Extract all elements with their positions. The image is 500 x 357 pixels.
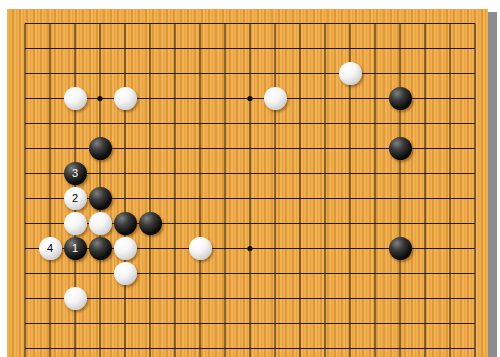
white-stone: [339, 62, 362, 85]
white-stone: [64, 87, 87, 110]
black-stone: [139, 212, 162, 235]
white-stone: [89, 212, 112, 235]
go-board[interactable]: 3241: [7, 9, 488, 357]
move-4-stone-white: 4: [39, 237, 62, 260]
white-stone: [114, 87, 137, 110]
white-stone: [114, 237, 137, 260]
board-shadow: [488, 12, 497, 357]
go-diagram-screenshot: 3241: [0, 0, 500, 357]
stone-grid: 3241: [13, 11, 488, 357]
black-stone: [114, 212, 137, 235]
black-stone: [89, 137, 112, 160]
white-stone: [64, 212, 87, 235]
black-stone: [389, 137, 412, 160]
white-stone: [64, 287, 87, 310]
move-number-label: 2: [72, 193, 78, 204]
move-number-label: 3: [72, 168, 78, 179]
move-number-label: 4: [47, 243, 53, 254]
black-stone: [89, 187, 112, 210]
white-stone: [264, 87, 287, 110]
black-stone: [89, 237, 112, 260]
black-stone: [389, 87, 412, 110]
white-stone: [114, 262, 137, 285]
move-number-label: 1: [72, 243, 78, 254]
move-1-stone-black: 1: [64, 237, 87, 260]
move-3-stone-black: 3: [64, 162, 87, 185]
move-2-stone-white: 2: [64, 187, 87, 210]
white-stone: [189, 237, 212, 260]
black-stone: [389, 237, 412, 260]
